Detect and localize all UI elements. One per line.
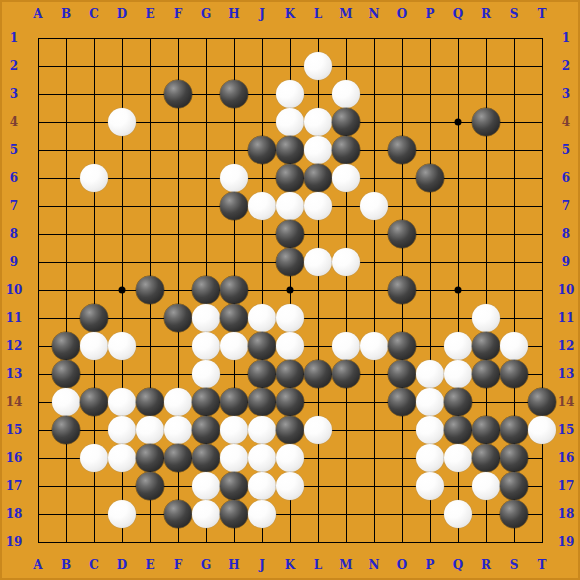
stone-white-J17 [248, 472, 276, 500]
stone-black-K5 [276, 136, 304, 164]
stone-white-K7 [276, 192, 304, 220]
stone-black-B12 [52, 332, 80, 360]
stone-white-Q16 [444, 444, 472, 472]
grid-vline-T [542, 38, 543, 543]
row-label-left-7: 7 [10, 200, 18, 212]
col-label-top-N: N [369, 8, 380, 20]
stone-white-M6 [332, 164, 360, 192]
stone-black-S17 [500, 472, 528, 500]
col-label-top-G: G [201, 8, 211, 20]
stone-white-Q18 [444, 500, 472, 528]
row-label-right-18: 18 [558, 508, 575, 520]
stone-white-D4 [108, 108, 136, 136]
row-label-right-16: 16 [558, 452, 575, 464]
col-label-bottom-A: A [33, 559, 42, 571]
row-label-right-15: 15 [558, 424, 575, 436]
col-label-top-E: E [145, 8, 154, 20]
stone-black-R16 [472, 444, 500, 472]
col-label-bottom-J: J [259, 559, 265, 571]
col-label-top-B: B [61, 8, 71, 20]
stone-white-L15 [304, 416, 332, 444]
stone-white-J15 [248, 416, 276, 444]
stone-white-C16 [80, 444, 108, 472]
stone-black-E10 [136, 276, 164, 304]
stone-white-M9 [332, 248, 360, 276]
stone-black-H7 [220, 192, 248, 220]
stone-white-K3 [276, 80, 304, 108]
stone-black-E16 [136, 444, 164, 472]
row-label-right-10: 10 [558, 284, 575, 296]
stone-black-S16 [500, 444, 528, 472]
stone-white-K11 [276, 304, 304, 332]
row-label-right-11: 11 [558, 312, 575, 324]
col-label-top-D: D [117, 8, 127, 20]
row-label-right-12: 12 [558, 340, 575, 352]
stone-white-R17 [472, 472, 500, 500]
stone-black-P6 [416, 164, 444, 192]
stone-black-J12 [248, 332, 276, 360]
stone-black-G15 [192, 416, 220, 444]
row-label-right-5: 5 [562, 144, 570, 156]
col-label-bottom-Q: Q [453, 559, 463, 571]
row-label-right-4: 4 [562, 116, 570, 128]
stone-white-T15 [528, 416, 556, 444]
star-point-D10 [119, 287, 126, 294]
col-label-top-R: R [481, 8, 491, 20]
stone-white-S12 [500, 332, 528, 360]
col-label-bottom-B: B [61, 559, 71, 571]
row-label-left-14: 14 [6, 396, 23, 408]
row-label-right-17: 17 [558, 480, 575, 492]
stone-black-K9 [276, 248, 304, 276]
stone-white-M3 [332, 80, 360, 108]
row-label-left-4: 4 [10, 116, 18, 128]
stone-black-L6 [304, 164, 332, 192]
row-label-right-2: 2 [562, 60, 570, 72]
stone-black-S18 [500, 500, 528, 528]
stone-white-H6 [220, 164, 248, 192]
stone-black-G14 [192, 388, 220, 416]
stone-white-M12 [332, 332, 360, 360]
col-label-bottom-O: O [397, 559, 407, 571]
row-label-left-16: 16 [6, 452, 23, 464]
stone-black-K8 [276, 220, 304, 248]
stone-white-P15 [416, 416, 444, 444]
stone-white-Q13 [444, 360, 472, 388]
stone-black-J14 [248, 388, 276, 416]
row-label-right-1: 1 [562, 32, 570, 44]
stone-black-O8 [388, 220, 416, 248]
row-label-left-19: 19 [6, 536, 23, 548]
col-label-top-P: P [425, 8, 434, 20]
stone-black-R12 [472, 332, 500, 360]
go-app-window: AABBCCDDEEFFGGHHJJKKLLMMNNOOPPQQRRSSTT11… [0, 0, 580, 580]
row-label-left-15: 15 [6, 424, 23, 436]
stone-white-F15 [164, 416, 192, 444]
stone-black-C11 [80, 304, 108, 332]
stone-black-G16 [192, 444, 220, 472]
stone-black-O10 [388, 276, 416, 304]
stone-black-K14 [276, 388, 304, 416]
stone-black-J13 [248, 360, 276, 388]
col-label-top-F: F [174, 8, 183, 20]
stone-white-P13 [416, 360, 444, 388]
col-label-bottom-T: T [538, 559, 547, 571]
row-label-right-8: 8 [562, 228, 570, 240]
col-label-bottom-M: M [339, 559, 352, 571]
stone-black-R4 [472, 108, 500, 136]
row-label-left-6: 6 [10, 172, 18, 184]
stone-white-C6 [80, 164, 108, 192]
col-label-bottom-K: K [285, 559, 295, 571]
stone-white-L9 [304, 248, 332, 276]
stone-white-Q12 [444, 332, 472, 360]
stone-black-O14 [388, 388, 416, 416]
col-label-top-K: K [285, 8, 295, 20]
row-label-left-12: 12 [6, 340, 23, 352]
stone-white-J11 [248, 304, 276, 332]
row-label-left-3: 3 [10, 88, 18, 100]
stone-white-L7 [304, 192, 332, 220]
stone-black-K15 [276, 416, 304, 444]
row-label-right-3: 3 [562, 88, 570, 100]
stone-black-T14 [528, 388, 556, 416]
row-label-left-9: 9 [10, 256, 18, 268]
row-label-right-13: 13 [558, 368, 575, 380]
row-label-left-11: 11 [6, 312, 23, 324]
stone-white-K12 [276, 332, 304, 360]
stone-black-R13 [472, 360, 500, 388]
stone-black-S15 [500, 416, 528, 444]
row-label-left-2: 2 [10, 60, 18, 72]
stone-black-B15 [52, 416, 80, 444]
stone-black-H17 [220, 472, 248, 500]
row-label-right-7: 7 [562, 200, 570, 212]
col-label-bottom-N: N [369, 559, 380, 571]
stone-white-H12 [220, 332, 248, 360]
stone-black-J5 [248, 136, 276, 164]
stone-white-P17 [416, 472, 444, 500]
grid-hline-19 [38, 542, 543, 543]
stone-white-D18 [108, 500, 136, 528]
stone-white-G12 [192, 332, 220, 360]
col-label-bottom-D: D [117, 559, 127, 571]
stone-white-P16 [416, 444, 444, 472]
row-label-left-1: 1 [10, 32, 18, 44]
stone-white-G11 [192, 304, 220, 332]
stone-white-K16 [276, 444, 304, 472]
stone-white-D15 [108, 416, 136, 444]
stone-black-F18 [164, 500, 192, 528]
stone-black-O12 [388, 332, 416, 360]
stone-white-G17 [192, 472, 220, 500]
stone-black-H11 [220, 304, 248, 332]
stone-black-C14 [80, 388, 108, 416]
col-label-top-O: O [397, 8, 407, 20]
stone-white-K4 [276, 108, 304, 136]
row-label-right-14: 14 [558, 396, 575, 408]
stone-white-R11 [472, 304, 500, 332]
stone-white-N7 [360, 192, 388, 220]
col-label-top-T: T [538, 8, 547, 20]
stone-black-R15 [472, 416, 500, 444]
col-label-bottom-R: R [481, 559, 491, 571]
stone-black-M5 [332, 136, 360, 164]
stone-black-O5 [388, 136, 416, 164]
stone-black-M13 [332, 360, 360, 388]
stone-white-G18 [192, 500, 220, 528]
star-point-Q4 [455, 119, 462, 126]
col-label-bottom-F: F [174, 559, 183, 571]
star-point-K10 [287, 287, 294, 294]
stone-black-H14 [220, 388, 248, 416]
col-label-top-M: M [339, 8, 352, 20]
stone-white-L2 [304, 52, 332, 80]
stone-white-E15 [136, 416, 164, 444]
stone-black-K13 [276, 360, 304, 388]
col-label-bottom-P: P [425, 559, 434, 571]
col-label-top-L: L [314, 8, 322, 20]
col-label-bottom-H: H [228, 559, 239, 571]
stone-white-J16 [248, 444, 276, 472]
stone-white-G13 [192, 360, 220, 388]
row-label-left-8: 8 [10, 228, 18, 240]
stone-white-P14 [416, 388, 444, 416]
stone-black-F11 [164, 304, 192, 332]
row-label-left-10: 10 [6, 284, 23, 296]
stone-white-D14 [108, 388, 136, 416]
col-label-bottom-L: L [314, 559, 322, 571]
row-label-left-13: 13 [6, 368, 23, 380]
stone-white-L5 [304, 136, 332, 164]
stone-black-F3 [164, 80, 192, 108]
stone-black-L13 [304, 360, 332, 388]
row-label-left-18: 18 [6, 508, 23, 520]
star-point-Q10 [455, 287, 462, 294]
col-label-top-S: S [510, 8, 519, 20]
stone-black-H18 [220, 500, 248, 528]
stone-white-H15 [220, 416, 248, 444]
stone-white-C12 [80, 332, 108, 360]
stone-white-K17 [276, 472, 304, 500]
stone-black-H10 [220, 276, 248, 304]
row-label-right-6: 6 [562, 172, 570, 184]
col-label-bottom-G: G [201, 559, 211, 571]
col-label-top-C: C [89, 8, 99, 20]
stone-white-B14 [52, 388, 80, 416]
stone-black-M4 [332, 108, 360, 136]
stone-black-E17 [136, 472, 164, 500]
stone-white-N12 [360, 332, 388, 360]
stone-white-F14 [164, 388, 192, 416]
stone-white-J7 [248, 192, 276, 220]
stone-black-S13 [500, 360, 528, 388]
stone-black-Q14 [444, 388, 472, 416]
row-label-left-17: 17 [6, 480, 23, 492]
stone-black-Q15 [444, 416, 472, 444]
row-label-right-9: 9 [562, 256, 570, 268]
col-label-top-H: H [228, 8, 239, 20]
stone-black-O13 [388, 360, 416, 388]
stone-black-E14 [136, 388, 164, 416]
col-label-top-A: A [33, 8, 42, 20]
stone-black-H3 [220, 80, 248, 108]
col-label-top-J: J [259, 8, 265, 20]
stone-white-D12 [108, 332, 136, 360]
stone-white-H16 [220, 444, 248, 472]
col-label-bottom-E: E [145, 559, 154, 571]
col-label-bottom-C: C [89, 559, 99, 571]
stone-white-L4 [304, 108, 332, 136]
stone-black-B13 [52, 360, 80, 388]
stone-white-D16 [108, 444, 136, 472]
row-label-left-5: 5 [10, 144, 18, 156]
stone-black-K6 [276, 164, 304, 192]
grid-vline-N [374, 38, 375, 543]
stone-white-J18 [248, 500, 276, 528]
row-label-right-19: 19 [558, 536, 575, 548]
stone-black-F16 [164, 444, 192, 472]
col-label-top-Q: Q [453, 8, 463, 20]
stone-black-G10 [192, 276, 220, 304]
col-label-bottom-S: S [510, 559, 519, 571]
